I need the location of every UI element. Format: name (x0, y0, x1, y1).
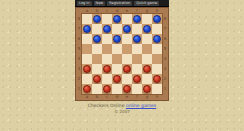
square-e2[interactable] (122, 74, 132, 84)
menu-item-login[interactable]: Log in (77, 1, 92, 6)
file-label-top-d: d (112, 9, 122, 13)
rank-label-right-4: 4 (163, 57, 167, 61)
file-label-bottom-c: c (102, 95, 112, 99)
blue-piece-a7[interactable] (83, 25, 91, 33)
square-g8[interactable] (142, 14, 152, 24)
red-piece-d2[interactable] (113, 75, 121, 83)
file-label-top-g: g (142, 9, 152, 13)
square-g2[interactable] (142, 74, 152, 84)
rank-label-left-2: 2 (77, 77, 81, 81)
board-grid (82, 14, 162, 94)
square-c3[interactable] (102, 64, 112, 74)
blue-piece-d8[interactable] (113, 15, 121, 23)
red-piece-e1[interactable] (123, 85, 131, 93)
red-piece-a1[interactable] (83, 85, 91, 93)
square-a3[interactable] (82, 64, 92, 74)
rank-label-right-8: 8 (163, 17, 167, 21)
file-label-bottom-e: e (122, 95, 132, 99)
square-b7[interactable] (92, 24, 102, 34)
file-label-top-b: b (92, 9, 102, 13)
file-label-top-f: f (132, 9, 142, 13)
red-piece-a3[interactable] (83, 65, 91, 73)
square-d3[interactable] (112, 64, 122, 74)
square-c1[interactable] (102, 84, 112, 94)
rank-label-left-4: 4 (77, 57, 81, 61)
file-label-bottom-h: h (152, 95, 162, 99)
square-d5[interactable] (112, 44, 122, 54)
footer-site-name: Checkers Online (88, 103, 125, 108)
rank-label-right-3: 3 (163, 67, 167, 71)
blue-piece-d6[interactable] (113, 35, 121, 43)
rank-label-right-2: 2 (163, 77, 167, 81)
red-piece-c3[interactable] (103, 65, 111, 73)
square-a6[interactable] (82, 34, 92, 44)
menu-item-quick-game[interactable]: Quick game (134, 1, 159, 6)
square-f8[interactable] (132, 14, 142, 24)
file-labels-bottom: abcdefgh (82, 95, 162, 99)
rank-label-left-7: 7 (77, 27, 81, 31)
square-a4[interactable] (82, 54, 92, 64)
red-piece-f2[interactable] (133, 75, 141, 83)
square-h4[interactable] (152, 54, 162, 64)
menu-item-new[interactable]: New (94, 1, 106, 6)
square-b5[interactable] (92, 44, 102, 54)
square-g5[interactable] (142, 44, 152, 54)
blue-piece-c7[interactable] (103, 25, 111, 33)
rank-label-right-1: 1 (163, 87, 167, 91)
square-e3[interactable] (122, 64, 132, 74)
page: Log in New Registration Quick game abcde… (0, 0, 244, 131)
square-a7[interactable] (82, 24, 92, 34)
square-a1[interactable] (82, 84, 92, 94)
square-b8[interactable] (92, 14, 102, 24)
square-b3[interactable] (92, 64, 102, 74)
blue-piece-e7[interactable] (123, 25, 131, 33)
square-c2[interactable] (102, 74, 112, 84)
square-g7[interactable] (142, 24, 152, 34)
rank-labels-right: 87654321 (163, 14, 167, 94)
square-e1[interactable] (122, 84, 132, 94)
square-h8[interactable] (152, 14, 162, 24)
square-g1[interactable] (142, 84, 152, 94)
square-c6[interactable] (102, 34, 112, 44)
square-e5[interactable] (122, 44, 132, 54)
square-c7[interactable] (102, 24, 112, 34)
file-label-bottom-b: b (92, 95, 102, 99)
square-c4[interactable] (102, 54, 112, 64)
square-e8[interactable] (122, 14, 132, 24)
file-label-bottom-d: d (112, 95, 122, 99)
rank-label-left-8: 8 (77, 17, 81, 21)
rank-label-right-5: 5 (163, 47, 167, 51)
square-d7[interactable] (112, 24, 122, 34)
square-f1[interactable] (132, 84, 142, 94)
footer-link[interactable]: online games (126, 103, 156, 108)
blue-piece-g7[interactable] (143, 25, 151, 33)
square-f4[interactable] (132, 54, 142, 64)
rank-label-right-6: 6 (163, 37, 167, 41)
blue-piece-h6[interactable] (153, 35, 161, 43)
checkers-board: abcdefgh abcdefgh 87654321 87654321 (75, 7, 169, 101)
blue-piece-h8[interactable] (153, 15, 161, 23)
square-h7[interactable] (152, 24, 162, 34)
square-e6[interactable] (122, 34, 132, 44)
square-a5[interactable] (82, 44, 92, 54)
square-f3[interactable] (132, 64, 142, 74)
square-h5[interactable] (152, 44, 162, 54)
app-column: Log in New Registration Quick game abcde… (75, 0, 169, 101)
square-d1[interactable] (112, 84, 122, 94)
square-f2[interactable] (132, 74, 142, 84)
square-a8[interactable] (82, 14, 92, 24)
menu-bar: Log in New Registration Quick game (75, 0, 169, 7)
square-g4[interactable] (142, 54, 152, 64)
square-d4[interactable] (112, 54, 122, 64)
square-c5[interactable] (102, 44, 112, 54)
file-label-top-c: c (102, 9, 112, 13)
square-a2[interactable] (82, 74, 92, 84)
file-label-bottom-f: f (132, 95, 142, 99)
square-b1[interactable] (92, 84, 102, 94)
red-piece-h2[interactable] (153, 75, 161, 83)
blue-piece-f6[interactable] (133, 35, 141, 43)
red-piece-g3[interactable] (143, 65, 151, 73)
footer: Checkers Online online games © 2007 (0, 103, 244, 114)
rank-labels-left: 87654321 (77, 14, 81, 94)
footer-copyright: © 2007 (0, 109, 244, 114)
red-piece-b2[interactable] (93, 75, 101, 83)
square-g3[interactable] (142, 64, 152, 74)
square-h2[interactable] (152, 74, 162, 84)
square-d6[interactable] (112, 34, 122, 44)
square-e7[interactable] (122, 24, 132, 34)
red-piece-c1[interactable] (103, 85, 111, 93)
square-h3[interactable] (152, 64, 162, 74)
square-c8[interactable] (102, 14, 112, 24)
file-labels-top: abcdefgh (82, 9, 162, 13)
rank-label-left-6: 6 (77, 37, 81, 41)
square-b4[interactable] (92, 54, 102, 64)
rank-label-left-5: 5 (77, 47, 81, 51)
file-label-top-a: a (82, 9, 92, 13)
square-d8[interactable] (112, 14, 122, 24)
footer-title-line: Checkers Online online games (0, 103, 244, 108)
square-f5[interactable] (132, 44, 142, 54)
red-piece-g1[interactable] (143, 85, 151, 93)
square-h6[interactable] (152, 34, 162, 44)
square-b6[interactable] (92, 34, 102, 44)
rank-label-right-7: 7 (163, 27, 167, 31)
file-label-bottom-g: g (142, 95, 152, 99)
file-label-top-e: e (122, 9, 132, 13)
square-g6[interactable] (142, 34, 152, 44)
square-f6[interactable] (132, 34, 142, 44)
blue-piece-f8[interactable] (133, 15, 141, 23)
file-label-top-h: h (152, 9, 162, 13)
file-label-bottom-a: a (82, 95, 92, 99)
square-d2[interactable] (112, 74, 122, 84)
rank-label-left-1: 1 (77, 87, 81, 91)
red-piece-e3[interactable] (123, 65, 131, 73)
square-h1[interactable] (152, 84, 162, 94)
square-b2[interactable] (92, 74, 102, 84)
menu-item-registration[interactable]: Registration (107, 1, 132, 6)
square-e4[interactable] (122, 54, 132, 64)
blue-piece-b6[interactable] (93, 35, 101, 43)
square-f7[interactable] (132, 24, 142, 34)
blue-piece-b8[interactable] (93, 15, 101, 23)
rank-label-left-3: 3 (77, 67, 81, 71)
